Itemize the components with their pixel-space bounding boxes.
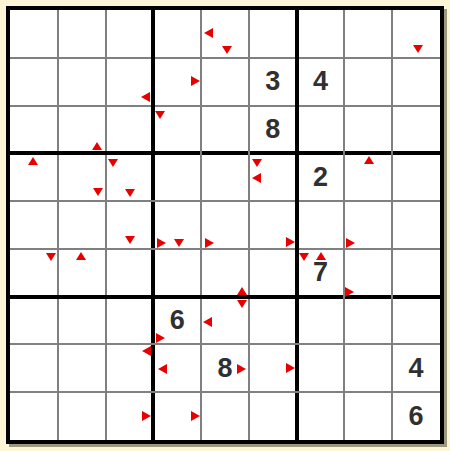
cell-r2c3[interactable] (106, 58, 154, 106)
cell-r6c1[interactable] (10, 249, 58, 297)
cell-r1c8[interactable] (344, 10, 392, 58)
cell-r8c8[interactable] (344, 344, 392, 392)
cell-r9c4[interactable] (153, 392, 201, 440)
cell-r7c7[interactable] (297, 297, 345, 345)
cell-r2c9[interactable] (392, 58, 440, 106)
cell-r8c1[interactable] (10, 344, 58, 392)
cell-r8c9[interactable]: 4 (392, 344, 440, 392)
cell-r2c7[interactable]: 4 (297, 58, 345, 106)
given-digit: 2 (313, 164, 328, 191)
given-digit: 6 (170, 307, 185, 334)
cell-r4c9[interactable] (392, 153, 440, 201)
cell-r3c9[interactable] (392, 106, 440, 154)
cell-r5c8[interactable] (344, 201, 392, 249)
cell-r3c8[interactable] (344, 106, 392, 154)
cell-r4c4[interactable] (153, 153, 201, 201)
given-digit: 7 (313, 259, 328, 286)
given-digit: 8 (265, 116, 280, 143)
cell-r1c9[interactable] (392, 10, 440, 58)
cell-r3c3[interactable] (106, 106, 154, 154)
cell-r8c3[interactable] (106, 344, 154, 392)
page-background: { "game": "sudoku-variant-comparison-arr… (0, 0, 450, 451)
cell-r6c8[interactable] (344, 249, 392, 297)
given-digit: 4 (313, 68, 328, 95)
cell-r5c3[interactable] (106, 201, 154, 249)
cell-r6c5[interactable] (201, 249, 249, 297)
cell-r4c3[interactable] (106, 153, 154, 201)
cell-r3c6[interactable]: 8 (249, 106, 297, 154)
cell-r9c6[interactable] (249, 392, 297, 440)
cell-r4c7[interactable]: 2 (297, 153, 345, 201)
cell-r9c9[interactable]: 6 (392, 392, 440, 440)
given-digit: 6 (409, 403, 424, 430)
cell-r5c4[interactable] (153, 201, 201, 249)
cell-r6c2[interactable] (58, 249, 106, 297)
cell-r3c2[interactable] (58, 106, 106, 154)
cell-r8c7[interactable] (297, 344, 345, 392)
cell-r6c4[interactable] (153, 249, 201, 297)
cell-r7c8[interactable] (344, 297, 392, 345)
cell-r3c1[interactable] (10, 106, 58, 154)
cell-r8c2[interactable] (58, 344, 106, 392)
cell-r5c9[interactable] (392, 201, 440, 249)
cell-r9c1[interactable] (10, 392, 58, 440)
cell-r3c5[interactable] (201, 106, 249, 154)
cell-r7c3[interactable] (106, 297, 154, 345)
given-digit: 8 (217, 355, 232, 382)
cell-r2c4[interactable] (153, 58, 201, 106)
cell-r7c5[interactable] (201, 297, 249, 345)
cell-r1c3[interactable] (106, 10, 154, 58)
cell-r6c7[interactable]: 7 (297, 249, 345, 297)
cell-r8c6[interactable] (249, 344, 297, 392)
cell-r9c7[interactable] (297, 392, 345, 440)
cell-r2c6[interactable]: 3 (249, 58, 297, 106)
cell-r1c5[interactable] (201, 10, 249, 58)
cell-r6c3[interactable] (106, 249, 154, 297)
cell-r5c5[interactable] (201, 201, 249, 249)
cell-r5c7[interactable] (297, 201, 345, 249)
cell-r4c6[interactable] (249, 153, 297, 201)
cell-r9c8[interactable] (344, 392, 392, 440)
cell-r7c6[interactable] (249, 297, 297, 345)
cell-r4c2[interactable] (58, 153, 106, 201)
cell-r1c6[interactable] (249, 10, 297, 58)
cell-r7c9[interactable] (392, 297, 440, 345)
cell-r8c5[interactable]: 8 (201, 344, 249, 392)
given-digit: 3 (265, 68, 280, 95)
cell-r2c5[interactable] (201, 58, 249, 106)
cell-r1c7[interactable] (297, 10, 345, 58)
cell-r7c1[interactable] (10, 297, 58, 345)
cell-r4c8[interactable] (344, 153, 392, 201)
cell-r3c4[interactable] (153, 106, 201, 154)
cell-r9c3[interactable] (106, 392, 154, 440)
cell-r7c2[interactable] (58, 297, 106, 345)
cell-r1c4[interactable] (153, 10, 201, 58)
cell-r6c9[interactable] (392, 249, 440, 297)
cell-r3c7[interactable] (297, 106, 345, 154)
cell-r9c2[interactable] (58, 392, 106, 440)
cell-r5c6[interactable] (249, 201, 297, 249)
given-digit: 4 (409, 355, 424, 382)
cell-r6c6[interactable] (249, 249, 297, 297)
cell-r4c1[interactable] (10, 153, 58, 201)
cell-r7c4[interactable]: 6 (153, 297, 201, 345)
cell-r5c2[interactable] (58, 201, 106, 249)
cell-r9c5[interactable] (201, 392, 249, 440)
cell-r1c2[interactable] (58, 10, 106, 58)
cell-r1c1[interactable] (10, 10, 58, 58)
cell-r2c8[interactable] (344, 58, 392, 106)
cell-r2c1[interactable] (10, 58, 58, 106)
cell-r4c5[interactable] (201, 153, 249, 201)
cell-r5c1[interactable] (10, 201, 58, 249)
cell-r2c2[interactable] (58, 58, 106, 106)
cell-r8c4[interactable] (153, 344, 201, 392)
sudoku-board: 348276846 (6, 6, 444, 444)
